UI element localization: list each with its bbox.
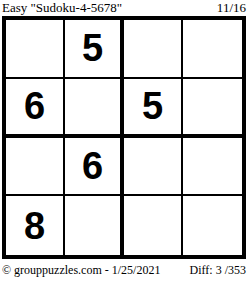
header: Easy "Sudoku-4-5678" 11/16: [2, 0, 246, 16]
puzzle-title: Easy "Sudoku-4-5678": [2, 0, 122, 15]
cell-r4c1[interactable]: 8: [6, 196, 65, 255]
cell-r3c2[interactable]: 6: [65, 138, 124, 197]
cell-r2c4[interactable]: [183, 79, 242, 138]
cell-r2c3[interactable]: 5: [124, 79, 183, 138]
cell-r3c4[interactable]: [183, 138, 242, 197]
clue-counter: 11/16: [217, 0, 246, 15]
cell-r2c1[interactable]: 6: [6, 79, 65, 138]
cell-r1c3[interactable]: [124, 20, 183, 79]
cell-r4c3[interactable]: [124, 196, 183, 255]
copyright-text: © grouppuzzles.com - 1/25/2021: [2, 263, 160, 277]
cell-r1c1[interactable]: [6, 20, 65, 79]
cell-r3c1[interactable]: [6, 138, 65, 197]
difficulty-text: Diff: 3 /353: [190, 263, 246, 277]
cell-r4c2[interactable]: [65, 196, 124, 255]
cell-r3c3[interactable]: [124, 138, 183, 197]
cell-r1c2[interactable]: 5: [65, 20, 124, 79]
cell-r4c4[interactable]: [183, 196, 242, 255]
footer: © grouppuzzles.com - 1/25/2021 Diff: 3 /…: [2, 263, 246, 277]
sudoku-board: 5 6 5 6 8: [2, 16, 246, 259]
cell-r2c2[interactable]: [65, 79, 124, 138]
puzzle-page: Easy "Sudoku-4-5678" 11/16 5 6 5 6 8 © g…: [0, 0, 248, 282]
cell-r1c4[interactable]: [183, 20, 242, 79]
